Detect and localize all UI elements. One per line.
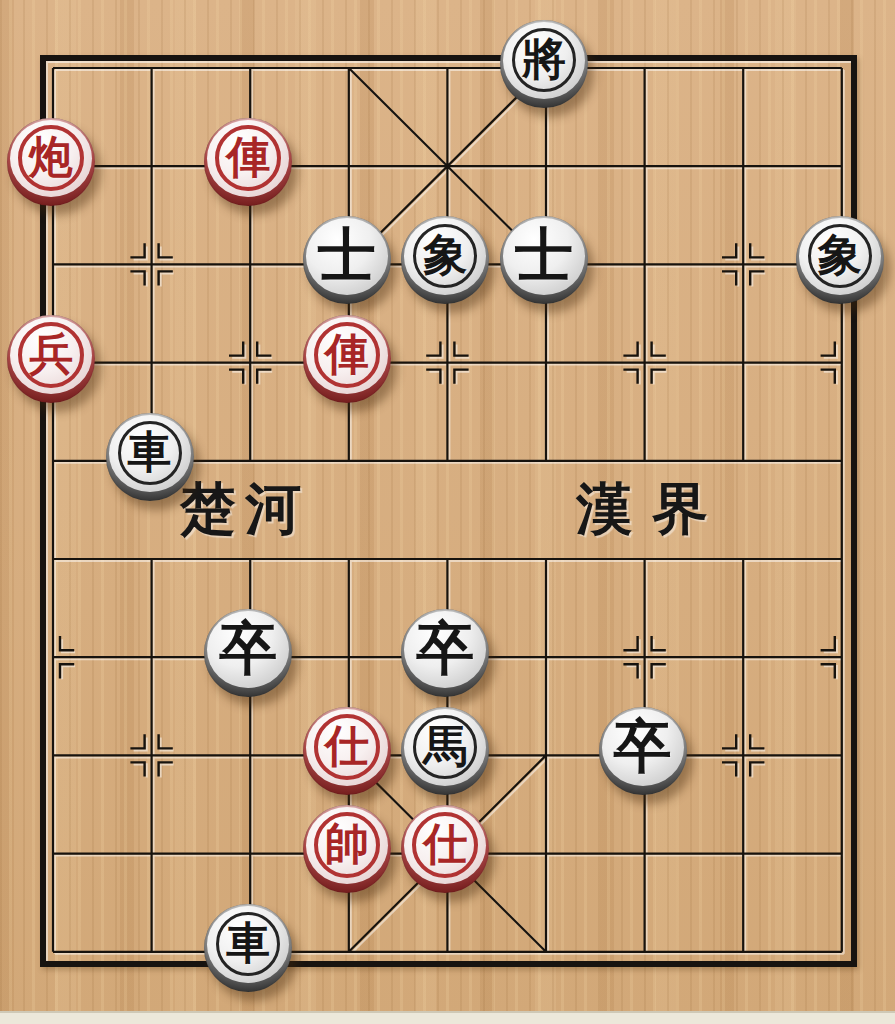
piece-red-soldier[interactable]: 兵 xyxy=(7,315,95,403)
piece-character: 象 xyxy=(401,216,489,304)
piece-black-soldier-2[interactable]: 卒 xyxy=(401,609,489,697)
board-point: 俥 xyxy=(201,117,300,215)
piece-red-chariot-2[interactable]: 俥 xyxy=(303,315,391,403)
xiangqi-board[interactable]: 將炮俥士象士象兵俥車卒卒仕馬卒帥仕車 xyxy=(4,19,891,1001)
piece-black-chariot-1[interactable]: 車 xyxy=(106,413,194,501)
board-point: 卒 xyxy=(595,706,694,804)
piece-character: 帥 xyxy=(303,805,391,893)
piece-red-cannon[interactable]: 炮 xyxy=(7,118,95,206)
table-edge xyxy=(0,1011,895,1024)
piece-character: 俥 xyxy=(204,118,292,206)
piece-character: 車 xyxy=(106,413,194,501)
board-point: 兵 xyxy=(4,313,103,411)
piece-character: 炮 xyxy=(7,118,95,206)
board-point: 仕 xyxy=(299,706,398,804)
board-point: 炮 xyxy=(4,117,103,215)
piece-black-soldier-1[interactable]: 卒 xyxy=(204,609,292,697)
piece-character: 兵 xyxy=(7,315,95,403)
piece-character: 卒 xyxy=(204,609,292,697)
piece-black-advisor-1[interactable]: 士 xyxy=(303,216,391,304)
piece-red-chariot-1[interactable]: 俥 xyxy=(204,118,292,206)
piece-character: 將 xyxy=(500,20,588,108)
board-point: 將 xyxy=(497,19,596,117)
piece-black-general[interactable]: 將 xyxy=(500,20,588,108)
board-point: 馬 xyxy=(398,706,497,804)
piece-red-general[interactable]: 帥 xyxy=(303,805,391,893)
board-point: 士 xyxy=(299,215,398,313)
board-point: 仕 xyxy=(398,804,497,902)
piece-character: 卒 xyxy=(401,609,489,697)
piece-black-elephant-1[interactable]: 象 xyxy=(401,216,489,304)
piece-character: 仕 xyxy=(303,707,391,795)
piece-character: 象 xyxy=(796,216,884,304)
piece-character: 士 xyxy=(303,216,391,304)
piece-black-soldier-3[interactable]: 卒 xyxy=(599,707,687,795)
board-point: 象 xyxy=(792,215,891,313)
piece-black-chariot-2[interactable]: 車 xyxy=(204,904,292,992)
board-point: 士 xyxy=(497,215,596,313)
piece-character: 卒 xyxy=(599,707,687,795)
board-point: 帥 xyxy=(299,804,398,902)
piece-black-advisor-2[interactable]: 士 xyxy=(500,216,588,304)
piece-red-advisor-1[interactable]: 仕 xyxy=(303,707,391,795)
piece-character: 車 xyxy=(204,904,292,992)
piece-black-elephant-2[interactable]: 象 xyxy=(796,216,884,304)
board-point: 車 xyxy=(201,903,300,1001)
board-point: 卒 xyxy=(398,608,497,706)
piece-red-advisor-2[interactable]: 仕 xyxy=(401,805,489,893)
piece-character: 俥 xyxy=(303,315,391,403)
piece-character: 仕 xyxy=(401,805,489,893)
xiangqi-app: 楚河 漢界 將炮俥士象士象兵俥車卒卒仕馬卒帥仕車 xyxy=(0,0,895,1024)
board-point: 俥 xyxy=(299,313,398,411)
board-point: 卒 xyxy=(201,608,300,706)
piece-black-horse[interactable]: 馬 xyxy=(401,707,489,795)
board-point: 象 xyxy=(398,215,497,313)
board-point: 車 xyxy=(102,412,201,510)
piece-character: 士 xyxy=(500,216,588,304)
piece-character: 馬 xyxy=(401,707,489,795)
